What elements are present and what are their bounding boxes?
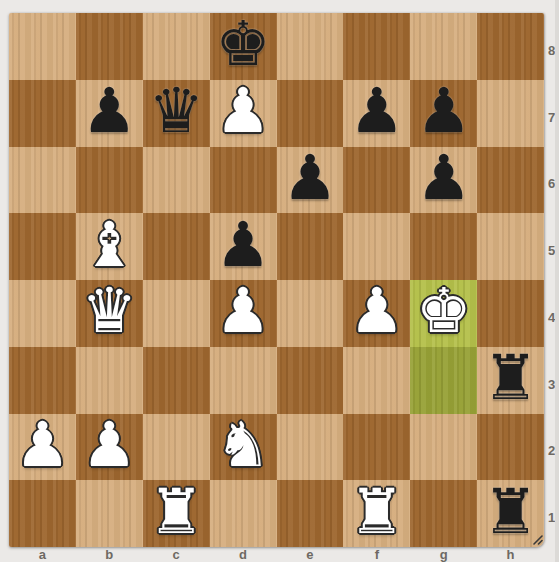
square-e6[interactable]: ♟ [277,147,344,214]
white-knight[interactable]: ♞ [215,414,271,476]
square-d5[interactable]: ♟ [210,213,277,280]
square-g4[interactable]: ♚ [410,280,477,347]
square-e8[interactable] [277,13,344,80]
white-bishop[interactable]: ♝ [82,214,138,276]
square-d8[interactable]: ♚ [210,13,277,80]
square-f2[interactable] [343,414,410,481]
square-a6[interactable] [9,147,76,214]
white-queen[interactable]: ♛ [82,280,138,342]
square-h6[interactable] [477,147,544,214]
square-a4[interactable] [9,280,76,347]
square-b7[interactable]: ♟ [76,80,143,147]
square-d7[interactable]: ♟ [210,80,277,147]
square-d3[interactable] [210,347,277,414]
square-c5[interactable] [143,213,210,280]
square-b8[interactable] [76,13,143,80]
white-rook[interactable]: ♜ [148,481,204,543]
file-label-d: d [210,547,277,562]
square-e5[interactable] [277,213,344,280]
scrollbar-track[interactable] [555,0,559,562]
square-c3[interactable] [143,347,210,414]
square-f1[interactable]: ♜ [343,480,410,547]
square-e1[interactable] [277,480,344,547]
white-pawn[interactable]: ♟ [15,414,71,476]
black-pawn[interactable]: ♟ [416,80,472,142]
square-c1[interactable]: ♜ [143,480,210,547]
black-pawn[interactable]: ♟ [215,214,271,276]
square-b2[interactable]: ♟ [76,414,143,481]
page-background: { "game": "chess", "position": { "fen": … [0,0,559,562]
square-c7[interactable]: ♛ [143,80,210,147]
square-a5[interactable] [9,213,76,280]
square-d6[interactable] [210,147,277,214]
square-b5[interactable]: ♝ [76,213,143,280]
black-pawn[interactable]: ♟ [349,80,405,142]
chess-board: ♚♟♛♟♟♟♟♟♝♟♛♟♟♚♜♟♟♞♜♜♜ [9,13,544,547]
square-e2[interactable] [277,414,344,481]
square-a3[interactable] [9,347,76,414]
square-c6[interactable] [143,147,210,214]
white-pawn[interactable]: ♟ [215,280,271,342]
black-queen[interactable]: ♛ [148,80,204,142]
square-h3[interactable]: ♜ [477,347,544,414]
square-h2[interactable] [477,414,544,481]
file-label-f: f [343,547,410,562]
square-g1[interactable] [410,480,477,547]
square-f6[interactable] [343,147,410,214]
square-f7[interactable]: ♟ [343,80,410,147]
square-g7[interactable]: ♟ [410,80,477,147]
black-pawn[interactable]: ♟ [82,80,138,142]
square-c2[interactable] [143,414,210,481]
square-g3[interactable] [410,347,477,414]
square-b6[interactable] [76,147,143,214]
black-pawn[interactable]: ♟ [416,147,472,209]
file-label-c: c [143,547,210,562]
square-d1[interactable] [210,480,277,547]
black-pawn[interactable]: ♟ [282,147,338,209]
square-b3[interactable] [76,347,143,414]
board-resize-handle-icon[interactable] [530,532,544,546]
white-pawn[interactable]: ♟ [349,280,405,342]
square-e3[interactable] [277,347,344,414]
square-f8[interactable] [343,13,410,80]
square-a1[interactable] [9,480,76,547]
white-pawn[interactable]: ♟ [215,80,271,142]
square-g8[interactable] [410,13,477,80]
square-d4[interactable]: ♟ [210,280,277,347]
square-a2[interactable]: ♟ [9,414,76,481]
black-rook[interactable]: ♜ [483,347,539,409]
square-d2[interactable]: ♞ [210,414,277,481]
file-label-g: g [410,547,477,562]
square-h5[interactable] [477,213,544,280]
white-pawn[interactable]: ♟ [82,414,138,476]
square-h4[interactable] [477,280,544,347]
square-c4[interactable] [143,280,210,347]
square-g6[interactable]: ♟ [410,147,477,214]
square-a7[interactable] [9,80,76,147]
square-g2[interactable] [410,414,477,481]
square-g5[interactable] [410,213,477,280]
square-e7[interactable] [277,80,344,147]
square-c8[interactable] [143,13,210,80]
file-label-h: h [477,547,544,562]
square-h8[interactable] [477,13,544,80]
file-label-b: b [76,547,143,562]
square-f5[interactable] [343,213,410,280]
white-rook[interactable]: ♜ [349,481,405,543]
diagonal-grip-icon [530,532,544,546]
square-f3[interactable] [343,347,410,414]
file-coordinates: abcdefgh [9,547,544,562]
square-b1[interactable] [76,480,143,547]
white-king[interactable]: ♚ [416,280,472,342]
file-label-a: a [9,547,76,562]
square-b4[interactable]: ♛ [76,280,143,347]
square-e4[interactable] [277,280,344,347]
square-a8[interactable] [9,13,76,80]
square-h7[interactable] [477,80,544,147]
black-king[interactable]: ♚ [215,13,271,75]
file-label-e: e [277,547,344,562]
square-f4[interactable]: ♟ [343,280,410,347]
